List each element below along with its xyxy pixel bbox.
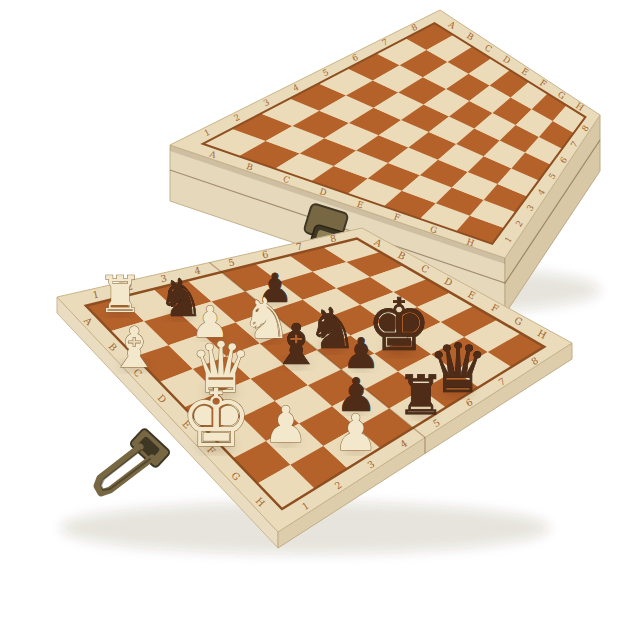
- piece-white-king-f1: ♚: [180, 372, 252, 465]
- piece-white-pawn-h3: ♟: [334, 404, 379, 462]
- chess-set-photo: 12345678ABCDEFGH12345678ABCDEFGH12345678…: [0, 0, 620, 620]
- board-hasp: [97, 428, 171, 493]
- piece-white-bishop-c1: ♝: [109, 315, 159, 380]
- product-photo: 12345678ABCDEFGH12345678ABCDEFGH12345678…: [0, 0, 620, 620]
- piece-black-bishop-e4: ♝: [271, 312, 321, 377]
- piece-white-pawn-g2: ♟: [264, 396, 309, 454]
- piece-black-rook-h5: ♜: [397, 364, 445, 427]
